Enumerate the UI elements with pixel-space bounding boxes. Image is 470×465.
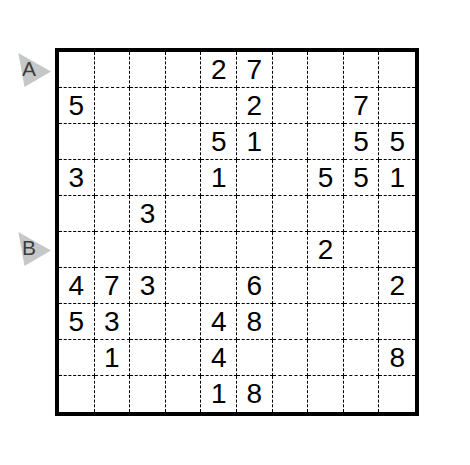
answer-row-marker-b: B (17, 231, 51, 266)
grid-cell[interactable] (95, 160, 131, 196)
grid-cell[interactable] (237, 232, 273, 268)
grid-cell-given: 7 (95, 268, 131, 304)
grid-cell[interactable] (379, 304, 415, 340)
grid-cell-given: 2 (379, 268, 415, 304)
grid-cell[interactable] (166, 268, 202, 304)
grid-cell[interactable] (59, 376, 95, 412)
marker-label-a: A (17, 57, 36, 81)
grid-cell[interactable] (344, 268, 380, 304)
grid-cell[interactable] (308, 196, 344, 232)
grid-cell[interactable] (344, 376, 380, 412)
grid-cell-given: 5 (201, 124, 237, 160)
grid-cell[interactable] (59, 52, 95, 88)
grid-cell[interactable] (273, 88, 309, 124)
grid-cell[interactable] (344, 340, 380, 376)
grid-cell[interactable] (95, 232, 131, 268)
grid-cell[interactable] (344, 196, 380, 232)
grid-cell[interactable] (130, 88, 166, 124)
grid-cell-given: 5 (308, 160, 344, 196)
grid-cell[interactable] (308, 124, 344, 160)
grid-cell[interactable] (59, 196, 95, 232)
grid-cell[interactable] (237, 340, 273, 376)
puzzle-page: { "game": "fillomino", "board": { "rows"… (0, 0, 470, 465)
grid-cell[interactable] (95, 196, 131, 232)
grid-cell[interactable] (59, 232, 95, 268)
grid-cell[interactable] (95, 88, 131, 124)
grid-cell[interactable] (273, 304, 309, 340)
grid-cell-given: 1 (237, 124, 273, 160)
grid-cell[interactable] (308, 268, 344, 304)
grid-cell[interactable] (166, 340, 202, 376)
grid-cell-given: 3 (95, 304, 131, 340)
puzzle-grid: 275275155315513247362534814818 (55, 48, 419, 416)
grid-cell-given: 5 (379, 124, 415, 160)
grid-cell[interactable] (273, 232, 309, 268)
grid-cell[interactable] (273, 52, 309, 88)
grid-cell-given: 1 (95, 340, 131, 376)
grid-cell-given: 8 (237, 304, 273, 340)
grid-cell-given: 3 (130, 268, 166, 304)
grid-cell[interactable] (166, 376, 202, 412)
grid-cell[interactable] (308, 88, 344, 124)
grid-cell[interactable] (130, 52, 166, 88)
grid-cell[interactable] (130, 376, 166, 412)
grid-cell-given: 2 (308, 232, 344, 268)
grid-cell[interactable] (379, 196, 415, 232)
grid-cell[interactable] (344, 304, 380, 340)
grid-cell-given: 1 (201, 376, 237, 412)
grid-cell[interactable] (379, 52, 415, 88)
grid-cell-given: 6 (237, 268, 273, 304)
grid-cell[interactable] (237, 160, 273, 196)
grid-cell-given: 7 (344, 88, 380, 124)
grid-cell[interactable] (201, 232, 237, 268)
grid-cell-given: 7 (237, 52, 273, 88)
grid-cell[interactable] (166, 196, 202, 232)
grid-cell[interactable] (59, 340, 95, 376)
grid-cell-given: 2 (237, 88, 273, 124)
grid-cell-given: 3 (130, 196, 166, 232)
grid-cell[interactable] (273, 376, 309, 412)
grid-cell-given: 3 (59, 160, 95, 196)
grid-cell-given: 5 (344, 124, 380, 160)
grid-cell[interactable] (273, 160, 309, 196)
grid-cell[interactable] (308, 376, 344, 412)
grid-cell[interactable] (166, 232, 202, 268)
grid-cell[interactable] (379, 376, 415, 412)
grid-cell[interactable] (166, 52, 202, 88)
grid-cell-given: 5 (59, 88, 95, 124)
grid-cell[interactable] (201, 268, 237, 304)
grid-cell[interactable] (308, 340, 344, 376)
grid-cell[interactable] (95, 52, 131, 88)
grid-cell[interactable] (308, 52, 344, 88)
grid-cell[interactable] (344, 232, 380, 268)
grid-cell[interactable] (166, 88, 202, 124)
grid-cell[interactable] (344, 52, 380, 88)
grid-cell[interactable] (166, 304, 202, 340)
grid-cell[interactable] (95, 124, 131, 160)
grid-cell[interactable] (95, 376, 131, 412)
grid-cell[interactable] (308, 304, 344, 340)
grid-cell[interactable] (166, 160, 202, 196)
grid-cell[interactable] (237, 196, 273, 232)
grid-cell[interactable] (166, 124, 202, 160)
grid-cell[interactable] (130, 304, 166, 340)
grid-cell[interactable] (273, 340, 309, 376)
grid-cell[interactable] (130, 160, 166, 196)
grid-cell[interactable] (273, 268, 309, 304)
marker-label-b: B (17, 236, 36, 260)
grid-cell-given: 4 (201, 340, 237, 376)
grid-cell[interactable] (201, 196, 237, 232)
grid-cell[interactable] (130, 124, 166, 160)
grid-cell-given: 1 (379, 160, 415, 196)
grid-cell[interactable] (130, 340, 166, 376)
grid-cell-given: 4 (201, 304, 237, 340)
grid-cell[interactable] (201, 88, 237, 124)
grid-cell-given: 4 (59, 268, 95, 304)
grid-cell[interactable] (273, 196, 309, 232)
grid-cell-given: 5 (59, 304, 95, 340)
grid-cell[interactable] (273, 124, 309, 160)
answer-row-marker-a: A (17, 52, 51, 87)
grid-cell[interactable] (59, 124, 95, 160)
grid-cell-given: 5 (344, 160, 380, 196)
grid-cell[interactable] (379, 232, 415, 268)
grid-cell[interactable] (130, 232, 166, 268)
grid-cell-given: 2 (201, 52, 237, 88)
grid-cell-given: 1 (201, 160, 237, 196)
grid-cell-given: 8 (237, 376, 273, 412)
grid-cell[interactable] (379, 88, 415, 124)
grid-cell-given: 8 (379, 340, 415, 376)
